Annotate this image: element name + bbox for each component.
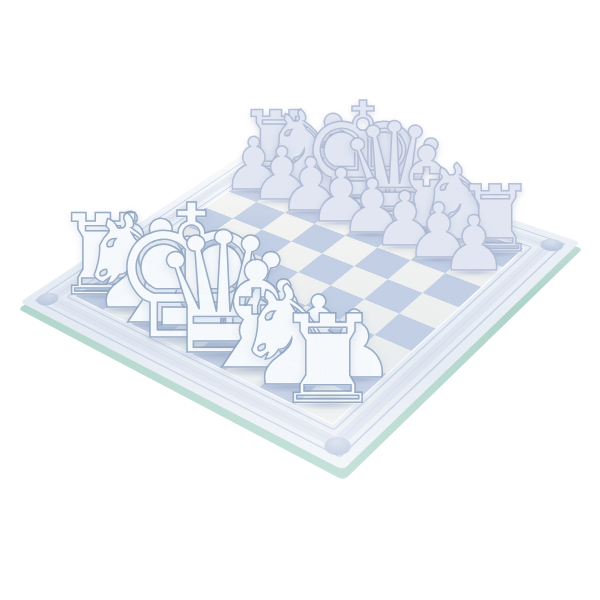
glass-chess-set-photo: ♜︎♞︎♝︎♚︎♛︎♝︎♞︎♜︎♟︎♟︎♟︎♟︎♟︎♟︎♟︎♟︎♟︎♟︎♟︎♟︎… [0, 0, 600, 600]
corner-dot [33, 290, 63, 308]
corner-dot [258, 143, 284, 156]
board-grid [75, 161, 523, 423]
corner-dot [319, 434, 356, 459]
corner-dot [536, 237, 567, 254]
chess-board [20, 138, 580, 470]
